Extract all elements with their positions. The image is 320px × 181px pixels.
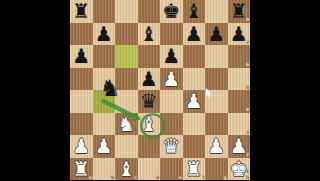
black-rook[interactable]: ♜ (230, 1, 248, 21)
square-c6[interactable] (115, 45, 138, 68)
file-label-b: b (111, 176, 114, 181)
rank-label-2: 2 (246, 153, 249, 158)
square-g8[interactable] (205, 0, 228, 23)
square-f6[interactable] (183, 45, 206, 68)
square-a2[interactable]: ♟ (70, 135, 93, 158)
square-d7[interactable]: ♝ (138, 23, 161, 46)
white-queen[interactable]: ♛ (162, 136, 180, 156)
file-label-a: a (89, 176, 92, 181)
white-bishop[interactable]: ♝ (117, 159, 135, 179)
file-label-d: d (156, 176, 159, 181)
black-king[interactable]: ♚ (162, 1, 180, 21)
file-label-f: f (202, 176, 204, 181)
square-f3[interactable] (183, 113, 206, 136)
square-e2[interactable]: ♛ (160, 135, 183, 158)
white-knight[interactable]: ♞ (117, 114, 135, 134)
square-h1[interactable]: 1h♚ (228, 158, 251, 181)
square-f7[interactable]: ♟ (183, 23, 206, 46)
square-h4[interactable]: 4 (228, 90, 251, 113)
square-e3[interactable] (160, 113, 183, 136)
black-pawn[interactable]: ♟ (162, 46, 180, 66)
square-e7[interactable] (160, 23, 183, 46)
rank-label-8: 8 (246, 18, 249, 23)
square-h8[interactable]: 8♜ (228, 0, 251, 23)
square-b6[interactable] (93, 45, 116, 68)
rank-label-7: 7 (246, 41, 249, 46)
square-f4[interactable]: ♟ (183, 90, 206, 113)
square-g3[interactable] (205, 113, 228, 136)
square-d3[interactable]: ♝ (138, 113, 161, 136)
square-f5[interactable] (183, 68, 206, 91)
black-pawn[interactable]: ♟ (207, 24, 225, 44)
square-c3[interactable]: ♞ (115, 113, 138, 136)
rank-label-4: 4 (246, 108, 249, 113)
chess-board[interactable]: ♜♚♝8♜♟♝♟♟7♟♟♟6♟♟5♛♟4♞♝3♟♟♛♟2♟a♜bc♝def♜g1… (70, 0, 250, 180)
square-f2[interactable] (183, 135, 206, 158)
square-d1[interactable]: d (138, 158, 161, 181)
square-c1[interactable]: c♝ (115, 158, 138, 181)
file-label-g: g (223, 176, 226, 181)
white-rook[interactable]: ♜ (185, 159, 203, 179)
square-c7[interactable] (115, 23, 138, 46)
rank-label-5: 5 (246, 86, 249, 91)
square-d6[interactable] (138, 45, 161, 68)
square-b7[interactable]: ♟ (93, 23, 116, 46)
black-queen[interactable]: ♛ (140, 91, 158, 111)
black-pawn[interactable]: ♟ (230, 24, 248, 44)
square-c8[interactable] (115, 0, 138, 23)
white-pawn[interactable]: ♟ (207, 136, 225, 156)
rank-label-6: 6 (246, 63, 249, 68)
square-h3[interactable]: 3 (228, 113, 251, 136)
square-a7[interactable] (70, 23, 93, 46)
moving-black-knight[interactable]: ♞ (98, 76, 122, 100)
square-e8[interactable]: ♚ (160, 0, 183, 23)
square-a8[interactable]: ♜ (70, 0, 93, 23)
white-pawn[interactable]: ♟ (72, 136, 90, 156)
square-a4[interactable] (70, 90, 93, 113)
square-a1[interactable]: a♜ (70, 158, 93, 181)
square-h2[interactable]: 2♟ (228, 135, 251, 158)
square-b1[interactable]: b (93, 158, 116, 181)
black-bishop[interactable]: ♝ (185, 1, 203, 21)
square-d2[interactable] (138, 135, 161, 158)
square-c2[interactable] (115, 135, 138, 158)
black-pawn[interactable]: ♟ (140, 69, 158, 89)
square-e5[interactable]: ♟ (160, 68, 183, 91)
black-rook[interactable]: ♜ (72, 1, 90, 21)
square-e6[interactable]: ♟ (160, 45, 183, 68)
square-g1[interactable]: g (205, 158, 228, 181)
square-g5[interactable] (205, 68, 228, 91)
black-pawn[interactable]: ♟ (72, 46, 90, 66)
square-e1[interactable]: e (160, 158, 183, 181)
rank-label-1: 1 (246, 170, 249, 175)
square-g6[interactable] (205, 45, 228, 68)
square-g2[interactable]: ♟ (205, 135, 228, 158)
square-b2[interactable]: ♟ (93, 135, 116, 158)
black-pawn[interactable]: ♟ (185, 24, 203, 44)
square-a6[interactable]: ♟ (70, 45, 93, 68)
square-d4[interactable]: ♛ (138, 90, 161, 113)
square-b3[interactable] (93, 113, 116, 136)
file-label-h: h (246, 176, 249, 181)
square-a3[interactable] (70, 113, 93, 136)
white-bishop[interactable]: ♝ (140, 114, 158, 134)
file-label-c: c (134, 176, 137, 181)
square-f1[interactable]: f♜ (183, 158, 206, 181)
white-pawn[interactable]: ♟ (230, 136, 248, 156)
black-pawn[interactable]: ♟ (95, 24, 113, 44)
white-pawn[interactable]: ♟ (185, 91, 203, 111)
white-rook[interactable]: ♜ (72, 159, 90, 179)
square-h7[interactable]: 7♟ (228, 23, 251, 46)
square-h5[interactable]: 5 (228, 68, 251, 91)
square-g7[interactable]: ♟ (205, 23, 228, 46)
white-pawn[interactable]: ♟ (95, 136, 113, 156)
square-h6[interactable]: 6 (228, 45, 251, 68)
rank-label-3: 3 (246, 131, 249, 136)
video-frame: ♜♚♝8♜♟♝♟♟7♟♟♟6♟♟5♛♟4♞♝3♟♟♛♟2♟a♜bc♝def♜g1… (0, 0, 320, 180)
white-pawn[interactable]: ♟ (162, 69, 180, 89)
square-d8[interactable] (138, 0, 161, 23)
square-e4[interactable] (160, 90, 183, 113)
square-f8[interactable]: ♝ (183, 0, 206, 23)
black-bishop[interactable]: ♝ (140, 24, 158, 44)
square-b8[interactable] (93, 0, 116, 23)
file-label-e: e (179, 176, 182, 181)
square-d5[interactable]: ♟ (138, 68, 161, 91)
square-a5[interactable] (70, 68, 93, 91)
